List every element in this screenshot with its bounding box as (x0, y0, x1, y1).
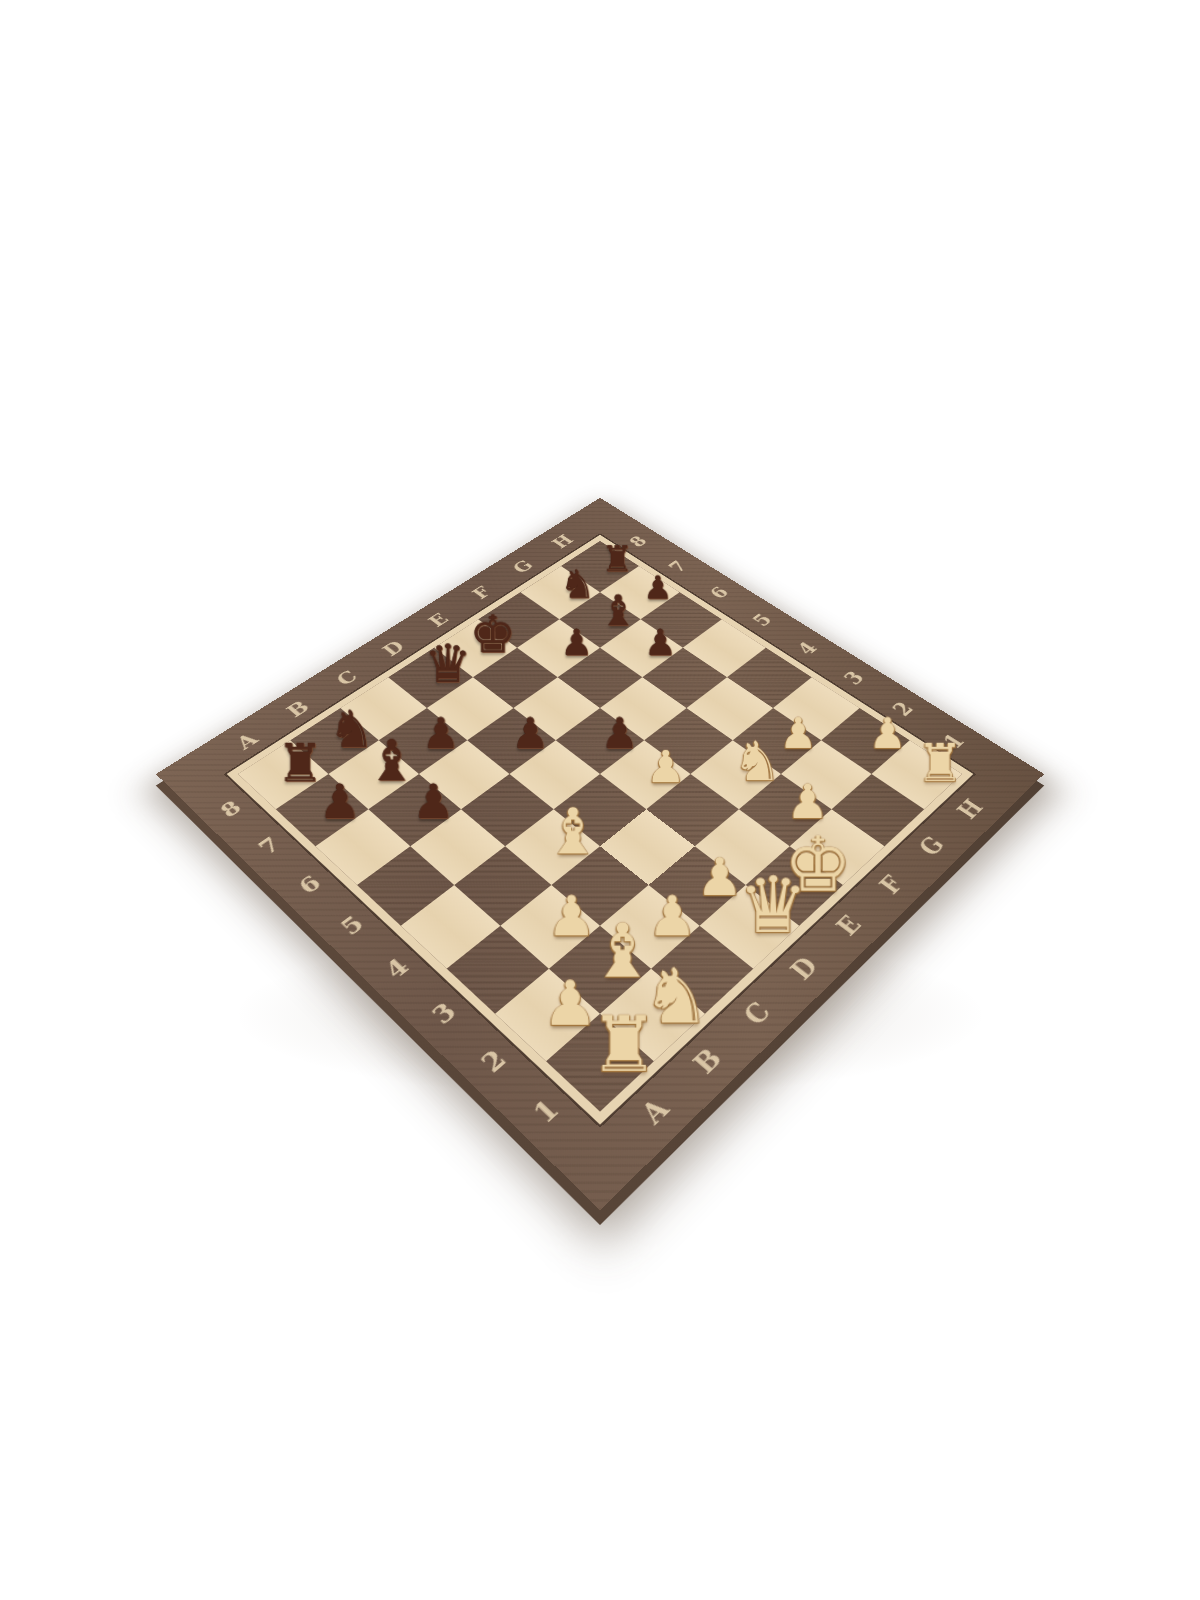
piece-black-bishop-g7[interactable]: ♝ (599, 589, 637, 632)
piece-black-pawn-c7[interactable]: ♟ (422, 712, 460, 754)
piece-white-pawn-h2[interactable]: ♟ (869, 712, 907, 754)
square-a8[interactable]: ♜ (238, 740, 329, 809)
piece-black-rook-a8[interactable]: ♜ (276, 737, 323, 790)
piece-black-pawn-g6[interactable]: ♟ (644, 624, 676, 660)
piece-white-bishop-c4[interactable]: ♝ (545, 799, 602, 863)
piece-black-pawn-f7[interactable]: ♟ (560, 624, 592, 660)
piece-black-rook-h8[interactable]: ♜ (601, 542, 633, 578)
chessboard: ABCDEFGH ABCDEFGH 87654321 87654321 ♜♞♛♚… (156, 498, 1044, 1210)
piece-black-bishop-b7[interactable]: ♝ (366, 733, 417, 790)
piece-black-pawn-e5[interactable]: ♟ (601, 712, 639, 754)
board-frame: ABCDEFGH ABCDEFGH 87654321 87654321 ♜♞♛♚… (156, 498, 1044, 1210)
piece-white-queen-d1[interactable]: ♛ (738, 866, 808, 944)
piece-black-knight-g8[interactable]: ♞ (560, 565, 595, 604)
scene: ABCDEFGH ABCDEFGH 87654321 87654321 ♜♞♛♚… (0, 0, 1200, 1600)
piece-white-rook-h1[interactable]: ♜ (916, 737, 963, 790)
piece-black-queen-d8[interactable]: ♛ (424, 638, 471, 691)
piece-white-knight-f3[interactable]: ♞ (733, 735, 782, 790)
piece-black-pawn-d6[interactable]: ♟ (511, 712, 549, 754)
piece-black-pawn-a7[interactable]: ♟ (318, 778, 361, 826)
piece-white-pawn-d2[interactable]: ♟ (696, 851, 743, 903)
piece-black-king-e8[interactable]: ♚ (470, 609, 516, 661)
piece-black-pawn-h7[interactable]: ♟ (643, 572, 672, 604)
playing-field: ♜♞♛♚♞♜♟♝♟♟♝♟♟♟♟♟♝♟♟♞♟♟♝♟♟♟♟♜♞♛♚♜ (227, 535, 974, 1125)
piece-white-pawn-e4[interactable]: ♟ (646, 745, 686, 789)
piece-black-pawn-b6[interactable]: ♟ (412, 778, 455, 826)
piece-white-rook-a1[interactable]: ♜ (589, 1006, 658, 1083)
square-e5[interactable]: ♟ (556, 708, 644, 774)
piece-white-pawn-g3[interactable]: ♟ (779, 712, 817, 754)
piece-white-pawn-f2[interactable]: ♟ (786, 778, 829, 826)
